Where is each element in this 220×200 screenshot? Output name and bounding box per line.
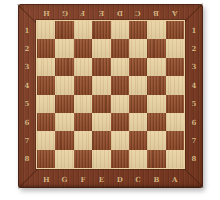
file-label-bottom-a: A — [172, 176, 177, 183]
square-f8[interactable] — [74, 150, 92, 168]
file-label-bottom-h: H — [43, 176, 50, 183]
square-d3[interactable] — [111, 58, 129, 76]
square-a8[interactable] — [166, 150, 184, 168]
square-c7[interactable] — [129, 131, 147, 149]
square-d1[interactable] — [111, 21, 129, 39]
file-label-top-e: E — [99, 10, 104, 17]
square-b3[interactable] — [147, 58, 165, 76]
square-f4[interactable] — [74, 76, 92, 94]
rank-label-left-3: 3 — [25, 63, 30, 70]
square-e7[interactable] — [92, 131, 110, 149]
file-label-top-f: F — [80, 10, 85, 17]
square-d5[interactable] — [111, 95, 129, 113]
square-e5[interactable] — [92, 95, 110, 113]
square-h7[interactable] — [37, 131, 55, 149]
square-h4[interactable] — [37, 76, 55, 94]
board-squares — [36, 20, 185, 169]
square-b1[interactable] — [147, 21, 165, 39]
square-g1[interactable] — [55, 21, 73, 39]
rank-label-left-8: 8 — [25, 155, 30, 162]
rank-label-right-6: 6 — [192, 119, 197, 126]
rank-label-right-3: 3 — [192, 63, 197, 70]
chess-board: HGFEDCBA 12345678 12345678 HGFEDCBA — [18, 4, 203, 188]
square-b7[interactable] — [147, 131, 165, 149]
square-c1[interactable] — [129, 21, 147, 39]
square-h6[interactable] — [37, 113, 55, 131]
frame-mitre-top-right — [184, 3, 203, 22]
square-e2[interactable] — [92, 39, 110, 57]
square-c4[interactable] — [129, 76, 147, 94]
file-label-top-c: C — [135, 10, 141, 17]
frame-mitre-bottom-left — [18, 170, 37, 189]
square-a6[interactable] — [166, 113, 184, 131]
square-c3[interactable] — [129, 58, 147, 76]
file-label-bottom-b: B — [153, 176, 159, 183]
square-h1[interactable] — [37, 21, 55, 39]
square-a4[interactable] — [166, 76, 184, 94]
square-g2[interactable] — [55, 39, 73, 57]
rank-label-left-4: 4 — [25, 82, 30, 89]
square-g5[interactable] — [55, 95, 73, 113]
square-e6[interactable] — [92, 113, 110, 131]
square-d7[interactable] — [111, 131, 129, 149]
file-label-top-d: D — [117, 10, 123, 17]
rank-label-right-2: 2 — [192, 45, 197, 52]
rank-label-right-4: 4 — [192, 82, 197, 89]
rank-label-left-2: 2 — [25, 45, 30, 52]
file-label-bottom-e: E — [99, 176, 104, 183]
rank-label-left-1: 1 — [25, 27, 30, 34]
square-d2[interactable] — [111, 39, 129, 57]
rank-labels-right: 12345678 — [185, 21, 203, 168]
file-label-bottom-f: F — [80, 176, 85, 183]
rank-label-right-1: 1 — [192, 27, 197, 34]
square-h3[interactable] — [37, 58, 55, 76]
square-a1[interactable] — [166, 21, 184, 39]
square-g7[interactable] — [55, 131, 73, 149]
square-e3[interactable] — [92, 58, 110, 76]
square-d8[interactable] — [111, 150, 129, 168]
square-b4[interactable] — [147, 76, 165, 94]
rank-label-left-7: 7 — [25, 137, 30, 144]
square-b5[interactable] — [147, 95, 165, 113]
square-c6[interactable] — [129, 113, 147, 131]
file-labels-top: HGFEDCBA — [37, 5, 184, 21]
rank-label-left-6: 6 — [25, 119, 30, 126]
file-label-bottom-d: D — [117, 176, 123, 183]
square-a3[interactable] — [166, 58, 184, 76]
square-f7[interactable] — [74, 131, 92, 149]
file-label-top-b: B — [153, 10, 159, 17]
square-b2[interactable] — [147, 39, 165, 57]
photo-background: HGFEDCBA 12345678 12345678 HGFEDCBA — [0, 0, 220, 200]
rank-label-right-8: 8 — [192, 155, 197, 162]
square-g6[interactable] — [55, 113, 73, 131]
file-label-top-g: G — [62, 10, 68, 17]
square-g8[interactable] — [55, 150, 73, 168]
file-label-top-h: H — [43, 10, 50, 17]
square-b8[interactable] — [147, 150, 165, 168]
square-d6[interactable] — [111, 113, 129, 131]
square-e8[interactable] — [92, 150, 110, 168]
square-c5[interactable] — [129, 95, 147, 113]
rank-label-right-5: 5 — [192, 100, 197, 107]
square-a2[interactable] — [166, 39, 184, 57]
square-f6[interactable] — [74, 113, 92, 131]
file-labels-bottom: HGFEDCBA — [37, 170, 184, 188]
file-label-bottom-g: G — [62, 176, 68, 183]
square-a5[interactable] — [166, 95, 184, 113]
square-c8[interactable] — [129, 150, 147, 168]
file-label-top-a: A — [172, 10, 177, 17]
square-e4[interactable] — [92, 76, 110, 94]
square-e1[interactable] — [92, 21, 110, 39]
rank-label-right-7: 7 — [192, 137, 197, 144]
square-a7[interactable] — [166, 131, 184, 149]
rank-label-left-5: 5 — [25, 100, 30, 107]
square-h2[interactable] — [37, 39, 55, 57]
square-h5[interactable] — [37, 95, 55, 113]
square-c2[interactable] — [129, 39, 147, 57]
square-b6[interactable] — [147, 113, 165, 131]
square-g3[interactable] — [55, 58, 73, 76]
square-f3[interactable] — [74, 58, 92, 76]
frame-mitre-bottom-right — [185, 169, 204, 188]
square-d4[interactable] — [111, 76, 129, 94]
file-label-bottom-c: C — [135, 176, 141, 183]
square-f2[interactable] — [74, 39, 92, 57]
square-f5[interactable] — [74, 95, 92, 113]
square-g4[interactable] — [55, 76, 73, 94]
square-h8[interactable] — [37, 150, 55, 168]
rank-labels-left: 12345678 — [18, 21, 36, 168]
square-f1[interactable] — [74, 21, 92, 39]
